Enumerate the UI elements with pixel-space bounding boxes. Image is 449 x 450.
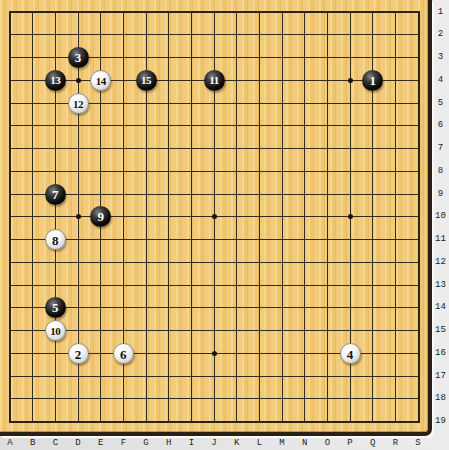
column-label: B: [25, 437, 41, 450]
row-label: 17: [432, 371, 449, 382]
stone-white-14: 14: [90, 70, 111, 91]
column-label: M: [274, 437, 290, 450]
column-label: N: [297, 437, 313, 450]
star-point-icon: [76, 214, 81, 219]
row-label: 7: [432, 143, 449, 154]
row-label: 16: [432, 348, 449, 359]
column-label: A: [2, 437, 18, 450]
stone-number-label: 15: [136, 70, 157, 91]
stone-black-9: 9: [90, 206, 111, 227]
go-diagram: 123456789101112131415 123456789101112131…: [0, 0, 449, 450]
column-label: E: [93, 437, 109, 450]
grid-line: [10, 285, 418, 286]
stone-number-label: 12: [69, 94, 88, 113]
stone-white-2: 2: [68, 343, 89, 364]
row-label: 19: [432, 416, 449, 427]
stone-number-label: 6: [114, 344, 133, 363]
column-label: O: [319, 437, 335, 450]
stone-black-13: 13: [45, 70, 66, 91]
column-label: D: [70, 437, 86, 450]
row-label: 15: [432, 325, 449, 336]
stone-number-label: 1: [362, 70, 383, 91]
stone-number-label: 4: [341, 344, 360, 363]
grid-line: [327, 12, 328, 422]
row-label: 18: [432, 393, 449, 404]
column-label: J: [206, 437, 222, 450]
star-point-icon: [212, 214, 217, 219]
stone-number-label: 10: [46, 321, 65, 340]
stone-white-4: 4: [340, 343, 361, 364]
row-label: 5: [432, 98, 449, 109]
row-label: 10: [432, 211, 449, 222]
row-label: 8: [432, 166, 449, 177]
stone-number-label: 7: [45, 184, 66, 205]
go-board[interactable]: 123456789101112131415: [0, 0, 432, 436]
star-point-icon: [76, 78, 81, 83]
column-label: F: [115, 437, 131, 450]
row-label: 14: [432, 302, 449, 313]
grid-line: [10, 262, 418, 263]
grid-line: [10, 307, 418, 308]
stone-number-label: 3: [68, 47, 89, 68]
stone-black-15: 15: [136, 70, 157, 91]
row-label: 2: [432, 29, 449, 40]
grid-line: [10, 398, 418, 399]
star-point-icon: [212, 351, 217, 356]
stone-white-12: 12: [68, 93, 89, 114]
grid-line: [10, 376, 418, 377]
stone-number-label: 8: [46, 230, 65, 249]
stone-white-10: 10: [45, 320, 66, 341]
column-label: R: [387, 437, 403, 450]
row-label: 11: [432, 234, 449, 245]
stone-black-1: 1: [362, 70, 383, 91]
grid-line: [395, 12, 396, 422]
stone-number-label: 14: [91, 71, 110, 90]
stone-number-label: 13: [45, 70, 66, 91]
stone-black-7: 7: [45, 184, 66, 205]
row-label: 9: [432, 189, 449, 200]
column-label: I: [183, 437, 199, 450]
column-label: C: [47, 437, 63, 450]
grid-line: [236, 12, 237, 422]
stone-white-8: 8: [45, 229, 66, 250]
column-label: Q: [365, 437, 381, 450]
star-point-icon: [348, 78, 353, 83]
column-label: P: [342, 437, 358, 450]
stone-black-5: 5: [45, 297, 66, 318]
grid-line: [10, 239, 418, 240]
grid-line: [259, 12, 260, 422]
stone-number-label: 5: [45, 297, 66, 318]
stone-number-label: 2: [69, 344, 88, 363]
stone-white-6: 6: [113, 343, 134, 364]
row-label: 4: [432, 75, 449, 86]
column-label: H: [161, 437, 177, 450]
column-label: G: [138, 437, 154, 450]
grid-line: [282, 12, 283, 422]
row-label: 1: [432, 7, 449, 18]
row-label: 13: [432, 280, 449, 291]
row-label: 3: [432, 52, 449, 63]
column-label: S: [410, 437, 426, 450]
grid-line: [304, 12, 305, 422]
row-label: 6: [432, 120, 449, 131]
grid-line: [10, 330, 418, 331]
star-point-icon: [348, 214, 353, 219]
stone-black-3: 3: [68, 47, 89, 68]
column-label: L: [251, 437, 267, 450]
stone-black-11: 11: [204, 70, 225, 91]
column-label: K: [229, 437, 245, 450]
stone-number-label: 9: [90, 206, 111, 227]
stone-number-label: 11: [204, 70, 225, 91]
row-label: 12: [432, 257, 449, 268]
